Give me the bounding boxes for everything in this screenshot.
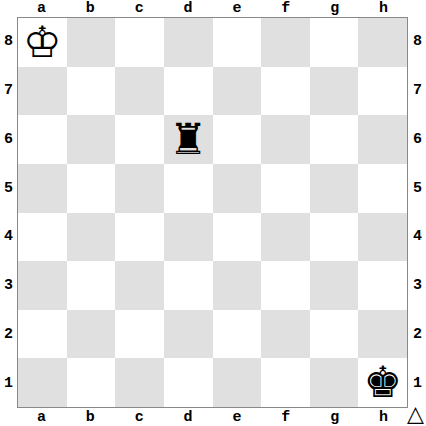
chess-diagram: abcdefgh abcdefgh 87654321 87654321 ♔♜♚ … [0, 0, 426, 426]
square-b1[interactable] [67, 358, 116, 407]
file-labels-bottom: abcdefgh [17, 409, 408, 426]
square-e6[interactable] [213, 115, 262, 164]
square-h3[interactable] [358, 261, 407, 310]
file-label-g: g [310, 0, 359, 17]
square-h1[interactable]: ♚ [358, 358, 407, 407]
square-c1[interactable] [115, 358, 164, 407]
square-g7[interactable] [310, 67, 359, 116]
square-a1[interactable] [18, 358, 67, 407]
file-label-h: h [359, 409, 408, 426]
rank-label-8: 8 [409, 17, 426, 66]
square-d3[interactable] [164, 261, 213, 310]
square-a6[interactable] [18, 115, 67, 164]
square-c3[interactable] [115, 261, 164, 310]
rank-label-2: 2 [409, 310, 426, 359]
file-label-a: a [17, 0, 66, 17]
square-e3[interactable] [213, 261, 262, 310]
file-label-f: f [261, 409, 310, 426]
square-e8[interactable] [213, 18, 262, 67]
file-label-e: e [213, 0, 262, 17]
square-c6[interactable] [115, 115, 164, 164]
square-a8[interactable]: ♔ [18, 18, 67, 67]
square-f7[interactable] [261, 67, 310, 116]
file-label-c: c [115, 409, 164, 426]
file-label-h: h [359, 0, 408, 17]
rank-label-2: 2 [0, 310, 17, 359]
file-label-b: b [66, 0, 115, 17]
black-king-h1: ♚ [358, 358, 407, 407]
square-g4[interactable] [310, 213, 359, 262]
rank-label-4: 4 [409, 213, 426, 262]
square-f5[interactable] [261, 164, 310, 213]
square-g5[interactable] [310, 164, 359, 213]
square-f8[interactable] [261, 18, 310, 67]
square-f1[interactable] [261, 358, 310, 407]
rank-labels-left: 87654321 [0, 17, 17, 408]
rank-label-1: 1 [0, 359, 17, 408]
square-b7[interactable] [67, 67, 116, 116]
chess-board: ♔♜♚ [17, 17, 408, 408]
square-g3[interactable] [310, 261, 359, 310]
rank-labels-right: 87654321 [409, 17, 426, 408]
square-h2[interactable] [358, 310, 407, 359]
square-e1[interactable] [213, 358, 262, 407]
square-e5[interactable] [213, 164, 262, 213]
square-c5[interactable] [115, 164, 164, 213]
square-g2[interactable] [310, 310, 359, 359]
square-f4[interactable] [261, 213, 310, 262]
square-e7[interactable] [213, 67, 262, 116]
square-g6[interactable] [310, 115, 359, 164]
square-d7[interactable] [164, 67, 213, 116]
square-c2[interactable] [115, 310, 164, 359]
file-label-d: d [164, 0, 213, 17]
square-f2[interactable] [261, 310, 310, 359]
rank-label-8: 8 [0, 17, 17, 66]
square-d1[interactable] [164, 358, 213, 407]
square-g8[interactable] [310, 18, 359, 67]
square-b6[interactable] [67, 115, 116, 164]
square-d6[interactable]: ♜ [164, 115, 213, 164]
file-label-d: d [164, 409, 213, 426]
square-e4[interactable] [213, 213, 262, 262]
square-b3[interactable] [67, 261, 116, 310]
square-c4[interactable] [115, 213, 164, 262]
square-d5[interactable] [164, 164, 213, 213]
square-a3[interactable] [18, 261, 67, 310]
white-to-move-triangle-icon: △ [405, 402, 426, 426]
rank-label-7: 7 [409, 66, 426, 115]
square-a7[interactable] [18, 67, 67, 116]
file-label-b: b [66, 409, 115, 426]
rank-label-5: 5 [409, 164, 426, 213]
rank-label-5: 5 [0, 164, 17, 213]
square-b8[interactable] [67, 18, 116, 67]
file-label-g: g [310, 409, 359, 426]
square-h5[interactable] [358, 164, 407, 213]
square-h4[interactable] [358, 213, 407, 262]
square-a2[interactable] [18, 310, 67, 359]
square-e2[interactable] [213, 310, 262, 359]
square-b5[interactable] [67, 164, 116, 213]
file-label-e: e [213, 409, 262, 426]
square-g1[interactable] [310, 358, 359, 407]
square-a4[interactable] [18, 213, 67, 262]
square-d4[interactable] [164, 213, 213, 262]
rank-label-4: 4 [0, 213, 17, 262]
square-h7[interactable] [358, 67, 407, 116]
square-b4[interactable] [67, 213, 116, 262]
rank-label-7: 7 [0, 66, 17, 115]
square-d2[interactable] [164, 310, 213, 359]
rank-label-6: 6 [0, 115, 17, 164]
rank-label-6: 6 [409, 115, 426, 164]
file-label-f: f [261, 0, 310, 17]
square-f6[interactable] [261, 115, 310, 164]
rank-label-3: 3 [0, 261, 17, 310]
square-d8[interactable] [164, 18, 213, 67]
file-label-a: a [17, 409, 66, 426]
file-label-c: c [115, 0, 164, 17]
square-h6[interactable] [358, 115, 407, 164]
white-king-a8: ♔ [18, 18, 67, 67]
file-labels-top: abcdefgh [17, 0, 408, 17]
square-f3[interactable] [261, 261, 310, 310]
rank-label-3: 3 [409, 261, 426, 310]
square-c8[interactable] [115, 18, 164, 67]
square-b2[interactable] [67, 310, 116, 359]
square-a5[interactable] [18, 164, 67, 213]
square-h8[interactable] [358, 18, 407, 67]
square-c7[interactable] [115, 67, 164, 116]
black-rook-d6: ♜ [164, 115, 213, 164]
